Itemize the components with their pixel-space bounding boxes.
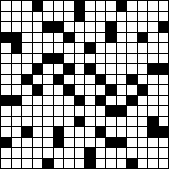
block-cell-r10c1 bbox=[1, 96, 11, 106]
open-cell-r3c2[interactable] bbox=[12, 22, 22, 32]
block-cell-r8c10 bbox=[96, 75, 106, 85]
open-cell-r13c4[interactable] bbox=[33, 127, 43, 137]
open-cell-r8c11[interactable] bbox=[106, 75, 116, 85]
open-cell-r16c3[interactable] bbox=[22, 159, 32, 169]
open-cell-r16c8[interactable] bbox=[75, 159, 85, 169]
open-cell-r9c6[interactable] bbox=[54, 85, 64, 95]
open-cell-r5c4[interactable] bbox=[33, 43, 43, 53]
open-cell-r15c5[interactable] bbox=[43, 148, 53, 158]
open-cell-r6c1[interactable] bbox=[1, 54, 11, 64]
open-cell-r11c10[interactable] bbox=[96, 106, 106, 116]
open-cell-r12c14[interactable] bbox=[138, 117, 148, 127]
block-cell-r6c5 bbox=[43, 54, 53, 64]
open-cell-r2c4[interactable] bbox=[33, 12, 43, 22]
crossword-grid bbox=[0, 0, 169, 169]
open-cell-r5c12[interactable] bbox=[117, 43, 127, 53]
block-cell-r2c8 bbox=[75, 12, 85, 22]
open-cell-r8c8[interactable] bbox=[75, 75, 85, 85]
open-cell-r4c4[interactable] bbox=[33, 33, 43, 43]
open-cell-r3c15[interactable] bbox=[148, 22, 158, 32]
open-cell-r6c7[interactable] bbox=[64, 54, 74, 64]
open-cell-r15c4[interactable] bbox=[33, 148, 43, 158]
open-cell-r13c11[interactable] bbox=[106, 127, 116, 137]
open-cell-r14c5[interactable] bbox=[43, 138, 53, 148]
open-cell-r16c1[interactable] bbox=[1, 159, 11, 169]
open-cell-r1c7[interactable] bbox=[64, 1, 74, 11]
open-cell-r15c1[interactable] bbox=[1, 148, 11, 158]
open-cell-r14c13[interactable] bbox=[127, 138, 137, 148]
open-cell-r11c5[interactable] bbox=[43, 106, 53, 116]
open-cell-r9c2[interactable] bbox=[12, 85, 22, 95]
open-cell-r2c5[interactable] bbox=[43, 12, 53, 22]
block-cell-r4c1 bbox=[1, 33, 11, 43]
open-cell-r4c6[interactable] bbox=[54, 33, 64, 43]
open-cell-r4c5[interactable] bbox=[43, 33, 53, 43]
block-cell-r14c6 bbox=[54, 138, 64, 148]
block-cell-r4c2 bbox=[12, 33, 22, 43]
open-cell-r13c9[interactable] bbox=[85, 127, 95, 137]
block-cell-r10c13 bbox=[127, 96, 137, 106]
block-cell-r13c3 bbox=[22, 127, 32, 137]
open-cell-r11c4[interactable] bbox=[33, 106, 43, 116]
open-cell-r12c9[interactable] bbox=[85, 117, 95, 127]
open-cell-r6c9[interactable] bbox=[85, 54, 95, 64]
open-cell-r12c7[interactable] bbox=[64, 117, 74, 127]
open-cell-r5c10[interactable] bbox=[96, 43, 106, 53]
open-cell-r7c3[interactable] bbox=[22, 64, 32, 74]
open-cell-r13c1[interactable] bbox=[1, 127, 11, 137]
open-cell-r1c16[interactable] bbox=[159, 1, 169, 11]
block-cell-r3c6 bbox=[54, 22, 64, 32]
open-cell-r10c5[interactable] bbox=[43, 96, 53, 106]
open-cell-r8c7[interactable] bbox=[64, 75, 74, 85]
open-cell-r6c15[interactable] bbox=[148, 54, 158, 64]
open-cell-r12c2[interactable] bbox=[12, 117, 22, 127]
open-cell-r16c11[interactable] bbox=[106, 159, 116, 169]
open-cell-r10c14[interactable] bbox=[138, 96, 148, 106]
block-cell-r7c7 bbox=[64, 64, 74, 74]
open-cell-r12c10[interactable] bbox=[96, 117, 106, 127]
open-cell-r2c3[interactable] bbox=[22, 12, 32, 22]
open-cell-r1c15[interactable] bbox=[148, 1, 158, 11]
open-cell-r2c1[interactable] bbox=[1, 12, 11, 22]
open-cell-r3c14[interactable] bbox=[138, 22, 148, 32]
open-cell-r14c9[interactable] bbox=[85, 138, 95, 148]
open-cell-r7c12[interactable] bbox=[117, 64, 127, 74]
open-cell-r6c16[interactable] bbox=[159, 54, 169, 64]
block-cell-r13c16 bbox=[159, 127, 169, 137]
open-cell-r14c8[interactable] bbox=[75, 138, 85, 148]
open-cell-r14c4[interactable] bbox=[33, 138, 43, 148]
open-cell-r7c6[interactable] bbox=[54, 64, 64, 74]
block-cell-r8c13 bbox=[127, 75, 137, 85]
open-cell-r4c15[interactable] bbox=[148, 33, 158, 43]
open-cell-r5c16[interactable] bbox=[159, 43, 169, 53]
open-cell-r1c9[interactable] bbox=[85, 1, 95, 11]
open-cell-r2c13[interactable] bbox=[127, 12, 137, 22]
open-cell-r12c16[interactable] bbox=[159, 117, 169, 127]
open-cell-r2c15[interactable] bbox=[148, 12, 158, 22]
open-cell-r13c8[interactable] bbox=[75, 127, 85, 137]
block-cell-r7c9 bbox=[85, 64, 95, 74]
open-cell-r6c14[interactable] bbox=[138, 54, 148, 64]
open-cell-r3c8[interactable] bbox=[75, 22, 85, 32]
open-cell-r12c4[interactable] bbox=[33, 117, 43, 127]
open-cell-r8c4[interactable] bbox=[33, 75, 43, 85]
open-cell-r13c2[interactable] bbox=[12, 127, 22, 137]
block-cell-r16c13 bbox=[127, 159, 137, 169]
open-cell-r2c10[interactable] bbox=[96, 12, 106, 22]
open-cell-r15c10[interactable] bbox=[96, 148, 106, 158]
block-cell-r16c9 bbox=[85, 159, 95, 169]
open-cell-r15c6[interactable] bbox=[54, 148, 64, 158]
open-cell-r11c13[interactable] bbox=[127, 106, 137, 116]
open-cell-r3c7[interactable] bbox=[64, 22, 74, 32]
open-cell-r1c1[interactable] bbox=[1, 1, 11, 11]
open-cell-r5c14[interactable] bbox=[138, 43, 148, 53]
block-cell-r4c7 bbox=[64, 33, 74, 43]
open-cell-r2c2[interactable] bbox=[12, 12, 22, 22]
open-cell-r3c9[interactable] bbox=[85, 22, 95, 32]
block-cell-r5c2 bbox=[12, 43, 22, 53]
open-cell-r11c1[interactable] bbox=[1, 106, 11, 116]
open-cell-r7c13[interactable] bbox=[127, 64, 137, 74]
block-cell-r8c6 bbox=[54, 75, 64, 85]
open-cell-r8c14[interactable] bbox=[138, 75, 148, 85]
open-cell-r5c7[interactable] bbox=[64, 43, 74, 53]
open-cell-r13c7[interactable] bbox=[64, 127, 74, 137]
open-cell-r9c3[interactable] bbox=[22, 85, 32, 95]
block-cell-r16c5 bbox=[43, 159, 53, 169]
open-cell-r7c2[interactable] bbox=[12, 64, 22, 74]
open-cell-r6c3[interactable] bbox=[22, 54, 32, 64]
open-cell-r2c7[interactable] bbox=[64, 12, 74, 22]
block-cell-r3c16 bbox=[159, 22, 169, 32]
open-cell-r1c6[interactable] bbox=[54, 1, 64, 11]
block-cell-r7c15 bbox=[148, 64, 158, 74]
open-cell-r1c2[interactable] bbox=[12, 1, 22, 11]
open-cell-r9c10[interactable] bbox=[96, 85, 106, 95]
block-cell-r8c3 bbox=[22, 75, 32, 85]
open-cell-r6c12[interactable] bbox=[117, 54, 127, 64]
block-cell-r14c11 bbox=[106, 138, 116, 148]
open-cell-r2c14[interactable] bbox=[138, 12, 148, 22]
open-cell-r15c15[interactable] bbox=[148, 148, 158, 158]
open-cell-r11c3[interactable] bbox=[22, 106, 32, 116]
block-cell-r9c14 bbox=[138, 85, 148, 95]
open-cell-r12c13[interactable] bbox=[127, 117, 137, 127]
open-cell-r12c6[interactable] bbox=[54, 117, 64, 127]
open-cell-r11c8[interactable] bbox=[75, 106, 85, 116]
open-cell-r6c2[interactable] bbox=[12, 54, 22, 64]
open-cell-r10c6[interactable] bbox=[54, 96, 64, 106]
open-cell-r10c12[interactable] bbox=[117, 96, 127, 106]
open-cell-r4c12[interactable] bbox=[117, 33, 127, 43]
block-cell-r6c6 bbox=[54, 54, 64, 64]
open-cell-r4c13[interactable] bbox=[127, 33, 137, 43]
open-cell-r1c11[interactable] bbox=[106, 1, 116, 11]
block-cell-r14c12 bbox=[117, 138, 127, 148]
open-cell-r8c5[interactable] bbox=[43, 75, 53, 85]
open-cell-r7c1[interactable] bbox=[1, 64, 11, 74]
block-cell-r12c8 bbox=[75, 117, 85, 127]
open-cell-r9c12[interactable] bbox=[117, 85, 127, 95]
open-cell-r6c13[interactable] bbox=[127, 54, 137, 64]
open-cell-r10c4[interactable] bbox=[33, 96, 43, 106]
open-cell-r7c14[interactable] bbox=[138, 64, 148, 74]
block-cell-r3c5 bbox=[43, 22, 53, 32]
open-cell-r14c15[interactable] bbox=[148, 138, 158, 148]
open-cell-r10c9[interactable] bbox=[85, 96, 95, 106]
open-cell-r2c9[interactable] bbox=[85, 12, 95, 22]
open-cell-r8c15[interactable] bbox=[148, 75, 158, 85]
open-cell-r3c1[interactable] bbox=[1, 22, 11, 32]
open-cell-r14c3[interactable] bbox=[22, 138, 32, 148]
open-cell-r11c7[interactable] bbox=[64, 106, 74, 116]
open-cell-r15c7[interactable] bbox=[64, 148, 74, 158]
open-cell-r3c13[interactable] bbox=[127, 22, 137, 32]
open-cell-r4c10[interactable] bbox=[96, 33, 106, 43]
open-cell-r14c2[interactable] bbox=[12, 138, 22, 148]
block-cell-r13c6 bbox=[54, 127, 64, 137]
open-cell-r12c1[interactable] bbox=[1, 117, 11, 127]
open-cell-r16c6[interactable] bbox=[54, 159, 64, 169]
block-cell-r10c8 bbox=[75, 96, 85, 106]
open-cell-r7c5[interactable] bbox=[43, 64, 53, 74]
open-cell-r8c2[interactable] bbox=[12, 75, 22, 85]
block-cell-r3c11 bbox=[106, 22, 116, 32]
open-cell-r16c7[interactable] bbox=[64, 159, 74, 169]
open-cell-r15c14[interactable] bbox=[138, 148, 148, 158]
open-cell-r15c11[interactable] bbox=[106, 148, 116, 158]
block-cell-r13c10 bbox=[96, 127, 106, 137]
open-cell-r5c3[interactable] bbox=[22, 43, 32, 53]
open-cell-r2c11[interactable] bbox=[106, 12, 116, 22]
block-cell-r13c15 bbox=[148, 127, 158, 137]
open-cell-r9c1[interactable] bbox=[1, 85, 11, 95]
open-cell-r9c9[interactable] bbox=[85, 85, 95, 95]
open-cell-r13c14[interactable] bbox=[138, 127, 148, 137]
open-cell-r5c15[interactable] bbox=[148, 43, 158, 53]
open-cell-r3c3[interactable] bbox=[22, 22, 32, 32]
open-cell-r4c3[interactable] bbox=[22, 33, 32, 43]
open-cell-r12c11[interactable] bbox=[106, 117, 116, 127]
open-cell-r2c16[interactable] bbox=[159, 12, 169, 22]
block-cell-r4c11 bbox=[106, 33, 116, 43]
open-cell-r6c11[interactable] bbox=[106, 54, 116, 64]
open-cell-r15c16[interactable] bbox=[159, 148, 169, 158]
open-cell-r9c15[interactable] bbox=[148, 85, 158, 95]
open-cell-r16c10[interactable] bbox=[96, 159, 106, 169]
block-cell-r4c14 bbox=[138, 33, 148, 43]
block-cell-r15c9 bbox=[85, 148, 95, 158]
block-cell-r11c12 bbox=[117, 106, 127, 116]
open-cell-r6c4[interactable] bbox=[33, 54, 43, 64]
open-cell-r15c8[interactable] bbox=[75, 148, 85, 158]
open-cell-r1c13[interactable] bbox=[127, 1, 137, 11]
open-cell-r11c9[interactable] bbox=[85, 106, 95, 116]
open-cell-r13c13[interactable] bbox=[127, 127, 137, 137]
block-cell-r1c4 bbox=[33, 1, 43, 11]
open-cell-r6c10[interactable] bbox=[96, 54, 106, 64]
open-cell-r2c6[interactable] bbox=[54, 12, 64, 22]
open-cell-r14c10[interactable] bbox=[96, 138, 106, 148]
open-cell-r7c11[interactable] bbox=[106, 64, 116, 74]
block-cell-r1c12 bbox=[117, 1, 127, 11]
block-cell-r7c4 bbox=[33, 64, 43, 74]
open-cell-r5c13[interactable] bbox=[127, 43, 137, 53]
open-cell-r9c13[interactable] bbox=[127, 85, 137, 95]
open-cell-r4c9[interactable] bbox=[85, 33, 95, 43]
open-cell-r14c16[interactable] bbox=[159, 138, 169, 148]
open-cell-r9c8[interactable] bbox=[75, 85, 85, 95]
open-cell-r15c3[interactable] bbox=[22, 148, 32, 158]
open-cell-r11c15[interactable] bbox=[148, 106, 158, 116]
open-cell-r7c10[interactable] bbox=[96, 64, 106, 74]
open-cell-r8c12[interactable] bbox=[117, 75, 127, 85]
open-cell-r7c8[interactable] bbox=[75, 64, 85, 74]
open-cell-r3c12[interactable] bbox=[117, 22, 127, 32]
open-cell-r11c6[interactable] bbox=[54, 106, 64, 116]
open-cell-r10c7[interactable] bbox=[64, 96, 74, 106]
open-cell-r15c13[interactable] bbox=[127, 148, 137, 158]
open-cell-r8c1[interactable] bbox=[1, 75, 11, 85]
open-cell-r15c12[interactable] bbox=[117, 148, 127, 158]
open-cell-r1c10[interactable] bbox=[96, 1, 106, 11]
open-cell-r8c9[interactable] bbox=[85, 75, 95, 85]
open-cell-r16c2[interactable] bbox=[12, 159, 22, 169]
open-cell-r10c11[interactable] bbox=[106, 96, 116, 106]
open-cell-r4c8[interactable] bbox=[75, 33, 85, 43]
block-cell-r5c9 bbox=[85, 43, 95, 53]
block-cell-r12c15 bbox=[148, 117, 158, 127]
open-cell-r12c12[interactable] bbox=[117, 117, 127, 127]
open-cell-r2c12[interactable] bbox=[117, 12, 127, 22]
open-cell-r6c8[interactable] bbox=[75, 54, 85, 64]
open-cell-r12c3[interactable] bbox=[22, 117, 32, 127]
block-cell-r9c11 bbox=[106, 85, 116, 95]
open-cell-r11c2[interactable] bbox=[12, 106, 22, 116]
open-cell-r5c1[interactable] bbox=[1, 43, 11, 53]
block-cell-r10c10 bbox=[96, 96, 106, 106]
block-cell-r10c2 bbox=[12, 96, 22, 106]
block-cell-r11c11 bbox=[106, 106, 116, 116]
open-cell-r16c12[interactable] bbox=[117, 159, 127, 169]
open-cell-r14c7[interactable] bbox=[64, 138, 74, 148]
open-cell-r11c14[interactable] bbox=[138, 106, 148, 116]
block-cell-r9c4 bbox=[33, 85, 43, 95]
open-cell-r12c5[interactable] bbox=[43, 117, 53, 127]
open-cell-r8c16[interactable] bbox=[159, 75, 169, 85]
open-cell-r5c5[interactable] bbox=[43, 43, 53, 53]
open-cell-r3c10[interactable] bbox=[96, 22, 106, 32]
block-cell-r9c7 bbox=[64, 85, 74, 95]
open-cell-r9c5[interactable] bbox=[43, 85, 53, 95]
open-cell-r9c16[interactable] bbox=[159, 85, 169, 95]
open-cell-r13c12[interactable] bbox=[117, 127, 127, 137]
open-cell-r10c3[interactable] bbox=[22, 96, 32, 106]
open-cell-r16c4[interactable] bbox=[33, 159, 43, 169]
open-cell-r5c6[interactable] bbox=[54, 43, 64, 53]
block-cell-r14c1 bbox=[1, 138, 11, 148]
block-cell-r1c8 bbox=[75, 1, 85, 11]
open-cell-r10c15[interactable] bbox=[148, 96, 158, 106]
open-cell-r15c2[interactable] bbox=[12, 148, 22, 158]
open-cell-r14c14[interactable] bbox=[138, 138, 148, 148]
open-cell-r16c14[interactable] bbox=[138, 159, 148, 169]
open-cell-r1c3[interactable] bbox=[22, 1, 32, 11]
open-cell-r3c4[interactable] bbox=[33, 22, 43, 32]
open-cell-r16c15[interactable] bbox=[148, 159, 158, 169]
open-cell-r11c16[interactable] bbox=[159, 106, 169, 116]
open-cell-r1c14[interactable] bbox=[138, 1, 148, 11]
open-cell-r4c16[interactable] bbox=[159, 33, 169, 43]
open-cell-r16c16[interactable] bbox=[159, 159, 169, 169]
block-cell-r7c16 bbox=[159, 64, 169, 74]
open-cell-r5c8[interactable] bbox=[75, 43, 85, 53]
open-cell-r10c16[interactable] bbox=[159, 96, 169, 106]
open-cell-r13c5[interactable] bbox=[43, 127, 53, 137]
open-cell-r1c5[interactable] bbox=[43, 1, 53, 11]
open-cell-r5c11[interactable] bbox=[106, 43, 116, 53]
